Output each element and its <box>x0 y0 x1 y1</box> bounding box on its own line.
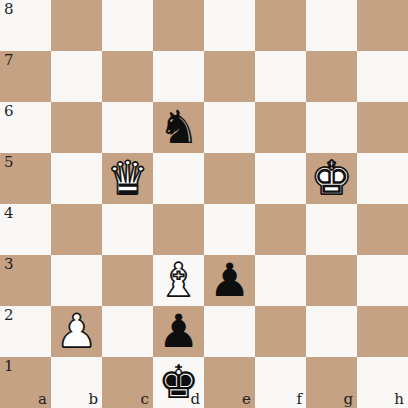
square-h4[interactable] <box>357 204 408 255</box>
square-a6[interactable]: 6 <box>0 102 51 153</box>
square-g4[interactable] <box>306 204 357 255</box>
square-g6[interactable] <box>306 102 357 153</box>
square-f7[interactable] <box>255 51 306 102</box>
square-d5[interactable] <box>153 153 204 204</box>
chess-board: 876♞5♛♚43♝♟2♟♟1abcd♚efgh <box>0 0 408 408</box>
square-h7[interactable] <box>357 51 408 102</box>
square-e2[interactable] <box>204 306 255 357</box>
rank-label-5: 5 <box>4 154 14 171</box>
square-c5[interactable]: ♛ <box>102 153 153 204</box>
square-c1[interactable]: c <box>102 357 153 408</box>
square-h6[interactable] <box>357 102 408 153</box>
square-e4[interactable] <box>204 204 255 255</box>
square-d4[interactable] <box>153 204 204 255</box>
square-e7[interactable] <box>204 51 255 102</box>
rank-label-7: 7 <box>4 52 14 69</box>
square-d7[interactable] <box>153 51 204 102</box>
square-g1[interactable]: g <box>306 357 357 408</box>
file-label-e: e <box>242 391 251 408</box>
rank-label-8: 8 <box>4 1 14 18</box>
square-h3[interactable] <box>357 255 408 306</box>
file-label-c: c <box>141 391 149 408</box>
white-pawn[interactable]: ♟ <box>56 306 97 357</box>
square-c6[interactable] <box>102 102 153 153</box>
square-e1[interactable]: e <box>204 357 255 408</box>
square-c2[interactable] <box>102 306 153 357</box>
square-f8[interactable] <box>255 0 306 51</box>
square-h5[interactable] <box>357 153 408 204</box>
square-h1[interactable]: h <box>357 357 408 408</box>
square-c8[interactable] <box>102 0 153 51</box>
square-f5[interactable] <box>255 153 306 204</box>
square-d3[interactable]: ♝ <box>153 255 204 306</box>
square-d8[interactable] <box>153 0 204 51</box>
file-label-f: f <box>296 391 302 408</box>
square-a5[interactable]: 5 <box>0 153 51 204</box>
square-b6[interactable] <box>51 102 102 153</box>
file-label-h: h <box>394 391 404 408</box>
square-b5[interactable] <box>51 153 102 204</box>
black-pawn[interactable]: ♟ <box>209 255 250 306</box>
file-label-a: a <box>38 391 47 408</box>
square-g3[interactable] <box>306 255 357 306</box>
square-b3[interactable] <box>51 255 102 306</box>
square-f6[interactable] <box>255 102 306 153</box>
square-a2[interactable]: 2 <box>0 306 51 357</box>
square-a4[interactable]: 4 <box>0 204 51 255</box>
square-a8[interactable]: 8 <box>0 0 51 51</box>
square-d6[interactable]: ♞ <box>153 102 204 153</box>
square-f1[interactable]: f <box>255 357 306 408</box>
rank-label-4: 4 <box>4 205 14 222</box>
square-g8[interactable] <box>306 0 357 51</box>
square-b8[interactable] <box>51 0 102 51</box>
rank-label-2: 2 <box>4 307 14 324</box>
square-b1[interactable]: b <box>51 357 102 408</box>
square-d2[interactable]: ♟ <box>153 306 204 357</box>
square-b2[interactable]: ♟ <box>51 306 102 357</box>
square-c7[interactable] <box>102 51 153 102</box>
square-d1[interactable]: d♚ <box>153 357 204 408</box>
square-e5[interactable] <box>204 153 255 204</box>
square-f4[interactable] <box>255 204 306 255</box>
file-label-g: g <box>343 391 353 408</box>
square-g2[interactable] <box>306 306 357 357</box>
square-g7[interactable] <box>306 51 357 102</box>
square-b7[interactable] <box>51 51 102 102</box>
white-queen[interactable]: ♛ <box>107 153 148 204</box>
square-a7[interactable]: 7 <box>0 51 51 102</box>
black-knight[interactable]: ♞ <box>158 102 199 153</box>
square-c4[interactable] <box>102 204 153 255</box>
square-a1[interactable]: 1a <box>0 357 51 408</box>
file-label-d: d <box>190 391 200 408</box>
white-king[interactable]: ♚ <box>311 153 352 204</box>
square-f3[interactable] <box>255 255 306 306</box>
square-f2[interactable] <box>255 306 306 357</box>
black-pawn[interactable]: ♟ <box>158 306 199 357</box>
square-e6[interactable] <box>204 102 255 153</box>
square-h8[interactable] <box>357 0 408 51</box>
square-b4[interactable] <box>51 204 102 255</box>
square-a3[interactable]: 3 <box>0 255 51 306</box>
file-label-b: b <box>88 391 98 408</box>
square-c3[interactable] <box>102 255 153 306</box>
square-g5[interactable]: ♚ <box>306 153 357 204</box>
square-e3[interactable]: ♟ <box>204 255 255 306</box>
rank-label-1: 1 <box>4 358 14 375</box>
square-e8[interactable] <box>204 0 255 51</box>
white-bishop[interactable]: ♝ <box>158 255 199 306</box>
rank-label-3: 3 <box>4 256 14 273</box>
square-h2[interactable] <box>357 306 408 357</box>
rank-label-6: 6 <box>4 103 14 120</box>
